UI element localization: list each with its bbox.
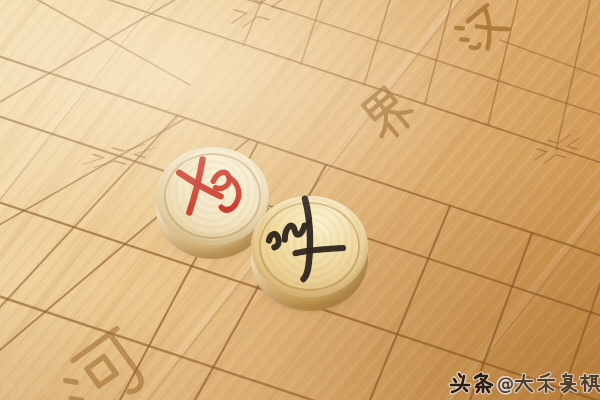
xiangqi-photo-scene: @ 炮 車 汉 界 楚河汉界 头条@大禾象棋 图虫创意 xyxy=(0,0,600,400)
at-symbol: @ xyxy=(497,374,514,394)
toutiao-watermark: @ xyxy=(0,0,600,400)
